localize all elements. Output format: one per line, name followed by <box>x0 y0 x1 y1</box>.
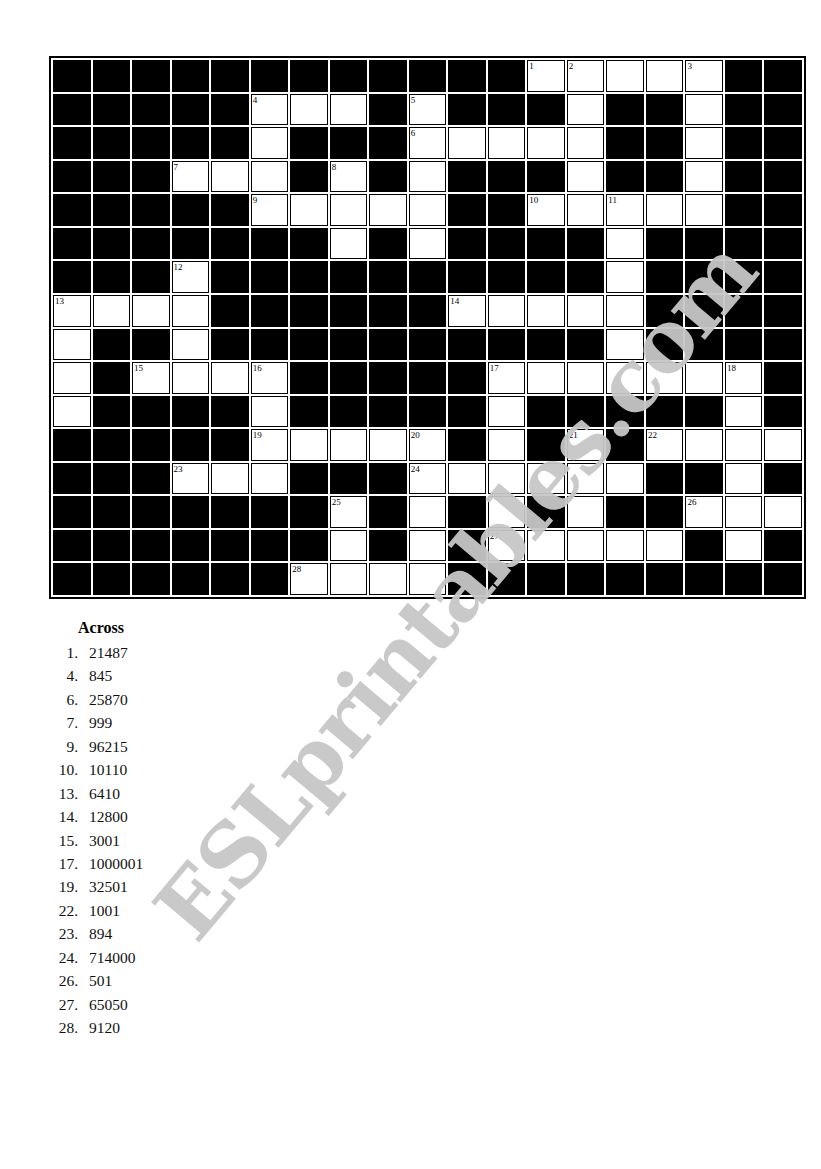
white-cell[interactable] <box>527 295 565 327</box>
clue-answer: 6410 <box>89 785 120 802</box>
white-cell[interactable]: 24 <box>409 463 447 495</box>
white-cell[interactable]: 25 <box>330 496 368 528</box>
black-cell <box>646 563 684 595</box>
clue-number-label: 15 <box>134 363 143 373</box>
black-cell <box>409 261 447 293</box>
black-cell <box>172 228 210 260</box>
white-cell[interactable]: 6 <box>409 127 447 159</box>
white-cell[interactable] <box>330 228 368 260</box>
black-cell <box>369 295 407 327</box>
black-cell <box>764 295 802 327</box>
black-cell <box>606 429 644 461</box>
clue-number: 9. <box>56 735 78 758</box>
black-cell <box>330 261 368 293</box>
black-cell <box>764 362 802 394</box>
black-cell <box>290 396 328 428</box>
black-cell <box>764 463 802 495</box>
white-cell[interactable] <box>172 362 210 394</box>
black-cell <box>251 60 289 92</box>
white-cell[interactable] <box>488 463 526 495</box>
black-cell <box>290 496 328 528</box>
black-cell <box>646 94 684 126</box>
black-cell <box>53 261 91 293</box>
across-clue: 9.96215 <box>56 735 143 758</box>
black-cell <box>606 496 644 528</box>
black-cell <box>725 194 763 226</box>
white-cell[interactable] <box>409 228 447 260</box>
black-cell <box>488 228 526 260</box>
across-clue: 22.1001 <box>56 899 143 922</box>
white-cell[interactable] <box>251 127 289 159</box>
black-cell <box>369 530 407 562</box>
clue-number-label: 23 <box>174 464 183 474</box>
white-cell[interactable] <box>409 530 447 562</box>
black-cell <box>567 228 605 260</box>
white-cell[interactable] <box>725 429 763 461</box>
white-cell[interactable] <box>567 496 605 528</box>
black-cell <box>448 563 486 595</box>
black-cell <box>764 194 802 226</box>
black-cell <box>369 396 407 428</box>
clue-number-label: 2 <box>569 61 574 71</box>
white-cell[interactable] <box>330 194 368 226</box>
black-cell <box>764 161 802 193</box>
white-cell[interactable] <box>646 530 684 562</box>
clue-number-label: 5 <box>411 95 416 105</box>
black-cell <box>448 94 486 126</box>
black-cell <box>369 60 407 92</box>
white-cell[interactable] <box>409 496 447 528</box>
white-cell[interactable] <box>527 530 565 562</box>
clue-number-label: 14 <box>450 296 459 306</box>
black-cell <box>211 295 249 327</box>
black-cell <box>409 362 447 394</box>
clue-number-label: 4 <box>253 95 258 105</box>
black-cell <box>132 94 170 126</box>
white-cell[interactable] <box>527 127 565 159</box>
white-cell[interactable] <box>685 161 723 193</box>
clue-number-label: 20 <box>411 430 420 440</box>
across-clue: 23.894 <box>56 922 143 945</box>
black-cell <box>211 530 249 562</box>
white-cell[interactable]: 3 <box>685 60 723 92</box>
black-cell <box>685 261 723 293</box>
white-cell[interactable]: 19 <box>251 429 289 461</box>
white-cell[interactable] <box>330 94 368 126</box>
black-cell <box>567 329 605 361</box>
white-cell[interactable] <box>290 194 328 226</box>
clue-number-label: 24 <box>411 464 420 474</box>
white-cell[interactable] <box>685 429 723 461</box>
black-cell <box>211 94 249 126</box>
black-cell <box>606 127 644 159</box>
clue-number-label: 21 <box>569 430 578 440</box>
black-cell <box>211 194 249 226</box>
black-cell <box>567 396 605 428</box>
black-cell <box>646 261 684 293</box>
white-cell[interactable] <box>646 60 684 92</box>
clue-number-label: 19 <box>253 430 262 440</box>
white-cell[interactable]: 10 <box>527 194 565 226</box>
black-cell <box>93 429 131 461</box>
black-cell <box>488 161 526 193</box>
clue-answer: 96215 <box>89 738 128 755</box>
black-cell <box>725 228 763 260</box>
white-cell[interactable]: 7 <box>172 161 210 193</box>
black-cell <box>132 60 170 92</box>
white-cell[interactable] <box>488 396 526 428</box>
clue-answer: 999 <box>89 714 112 731</box>
black-cell <box>211 228 249 260</box>
black-cell <box>53 530 91 562</box>
across-heading: Across <box>78 619 143 637</box>
worksheet-page: 1234567891011121314151617181920212223242… <box>0 0 821 1169</box>
clue-answer: 894 <box>89 925 112 942</box>
white-cell[interactable] <box>567 194 605 226</box>
clue-answer: 25870 <box>89 691 128 708</box>
black-cell <box>53 161 91 193</box>
clue-number-label: 7 <box>174 162 179 172</box>
black-cell <box>330 396 368 428</box>
white-cell[interactable] <box>606 261 644 293</box>
clue-number-label: 13 <box>55 296 64 306</box>
black-cell <box>764 563 802 595</box>
black-cell <box>53 563 91 595</box>
white-cell[interactable] <box>567 127 605 159</box>
black-cell <box>172 127 210 159</box>
clue-number-label: 11 <box>608 195 617 205</box>
white-cell[interactable]: 18 <box>725 362 763 394</box>
black-cell <box>53 194 91 226</box>
white-cell[interactable] <box>290 429 328 461</box>
white-cell[interactable]: 2 <box>567 60 605 92</box>
white-cell[interactable]: 14 <box>448 295 486 327</box>
black-cell <box>211 496 249 528</box>
white-cell[interactable] <box>725 396 763 428</box>
white-cell[interactable] <box>685 127 723 159</box>
white-cell[interactable]: 17 <box>488 362 526 394</box>
white-cell[interactable]: 11 <box>606 194 644 226</box>
white-cell[interactable] <box>725 530 763 562</box>
black-cell <box>172 396 210 428</box>
black-cell <box>527 496 565 528</box>
black-cell <box>132 127 170 159</box>
white-cell[interactable]: 22 <box>646 429 684 461</box>
black-cell <box>725 94 763 126</box>
white-cell[interactable] <box>606 463 644 495</box>
clue-number-label: 1 <box>529 61 534 71</box>
black-cell <box>764 329 802 361</box>
white-cell[interactable]: 23 <box>172 463 210 495</box>
white-cell[interactable]: 8 <box>330 161 368 193</box>
white-cell[interactable] <box>685 362 723 394</box>
black-cell <box>93 60 131 92</box>
black-cell <box>369 261 407 293</box>
white-cell[interactable] <box>764 429 802 461</box>
black-cell <box>369 228 407 260</box>
black-cell <box>567 563 605 595</box>
black-cell <box>132 496 170 528</box>
black-cell <box>211 127 249 159</box>
white-cell[interactable]: 28 <box>290 563 328 595</box>
white-cell[interactable]: 15 <box>132 362 170 394</box>
black-cell <box>409 329 447 361</box>
white-cell[interactable] <box>567 161 605 193</box>
white-cell[interactable] <box>685 94 723 126</box>
white-cell[interactable] <box>330 429 368 461</box>
white-cell[interactable] <box>646 194 684 226</box>
clue-number-label: 25 <box>332 497 341 507</box>
white-cell[interactable] <box>53 396 91 428</box>
white-cell[interactable] <box>646 362 684 394</box>
black-cell <box>606 563 644 595</box>
white-cell[interactable] <box>527 362 565 394</box>
black-cell <box>330 463 368 495</box>
black-cell <box>290 60 328 92</box>
clue-number: 23. <box>56 922 78 945</box>
black-cell <box>53 60 91 92</box>
black-cell <box>132 463 170 495</box>
white-cell[interactable]: 1 <box>527 60 565 92</box>
black-cell <box>685 563 723 595</box>
black-cell <box>409 60 447 92</box>
clue-number: 28. <box>56 1016 78 1039</box>
black-cell <box>211 329 249 361</box>
black-cell <box>330 295 368 327</box>
white-cell[interactable]: 20 <box>409 429 447 461</box>
white-cell[interactable] <box>606 530 644 562</box>
black-cell <box>488 563 526 595</box>
black-cell <box>93 362 131 394</box>
black-cell <box>369 161 407 193</box>
white-cell[interactable] <box>409 161 447 193</box>
white-cell[interactable] <box>567 530 605 562</box>
across-clue: 27.65050 <box>56 993 143 1016</box>
across-clue: 14.12800 <box>56 805 143 828</box>
black-cell <box>448 228 486 260</box>
black-cell <box>725 261 763 293</box>
clue-answer: 845 <box>89 667 112 684</box>
black-cell <box>290 362 328 394</box>
black-cell <box>93 228 131 260</box>
white-cell[interactable] <box>211 161 249 193</box>
across-clue: 10.10110 <box>56 758 143 781</box>
white-cell[interactable] <box>567 94 605 126</box>
black-cell <box>725 563 763 595</box>
black-cell <box>132 530 170 562</box>
across-clue: 1.21487 <box>56 641 143 664</box>
across-clue: 19.32501 <box>56 875 143 898</box>
white-cell[interactable] <box>567 463 605 495</box>
clue-number-label: 27 <box>490 531 499 541</box>
white-cell[interactable] <box>369 429 407 461</box>
clue-answer: 65050 <box>89 996 128 1013</box>
white-cell[interactable] <box>251 463 289 495</box>
clue-number: 7. <box>56 711 78 734</box>
white-cell[interactable] <box>764 496 802 528</box>
black-cell <box>409 396 447 428</box>
black-cell <box>606 94 644 126</box>
white-cell[interactable]: 16 <box>251 362 289 394</box>
black-cell <box>646 295 684 327</box>
clue-number-label: 6 <box>411 128 416 138</box>
white-cell[interactable] <box>606 295 644 327</box>
clue-number-label: 16 <box>253 363 262 373</box>
black-cell <box>251 530 289 562</box>
black-cell <box>448 161 486 193</box>
black-cell <box>369 329 407 361</box>
white-cell[interactable] <box>567 295 605 327</box>
black-cell <box>93 127 131 159</box>
black-cell <box>53 463 91 495</box>
white-cell[interactable]: 4 <box>251 94 289 126</box>
black-cell <box>369 463 407 495</box>
across-clue-rows: 1.214874.8456.258707.9999.9621510.101101… <box>56 641 143 1039</box>
black-cell <box>93 463 131 495</box>
black-cell <box>330 60 368 92</box>
black-cell <box>488 329 526 361</box>
black-cell <box>764 396 802 428</box>
clue-number: 22. <box>56 899 78 922</box>
white-cell[interactable] <box>409 563 447 595</box>
white-cell[interactable] <box>53 329 91 361</box>
black-cell <box>764 261 802 293</box>
black-cell <box>725 127 763 159</box>
white-cell[interactable] <box>251 396 289 428</box>
black-cell <box>211 261 249 293</box>
white-cell[interactable] <box>251 161 289 193</box>
crossword-grid: 1234567891011121314151617181920212223242… <box>49 56 806 599</box>
white-cell[interactable] <box>685 194 723 226</box>
black-cell <box>93 530 131 562</box>
black-cell <box>132 329 170 361</box>
clue-answer: 1000001 <box>89 855 143 872</box>
black-cell <box>93 329 131 361</box>
black-cell <box>290 530 328 562</box>
white-cell[interactable] <box>211 362 249 394</box>
white-cell[interactable] <box>330 530 368 562</box>
white-cell[interactable] <box>606 362 644 394</box>
white-cell[interactable] <box>527 463 565 495</box>
clue-number-label: 28 <box>292 564 301 574</box>
white-cell[interactable] <box>488 127 526 159</box>
white-cell[interactable] <box>448 127 486 159</box>
white-cell[interactable]: 5 <box>409 94 447 126</box>
black-cell <box>646 329 684 361</box>
black-cell <box>527 396 565 428</box>
black-cell <box>448 429 486 461</box>
clue-answer: 3001 <box>89 832 120 849</box>
white-cell[interactable] <box>369 194 407 226</box>
clue-number: 19. <box>56 875 78 898</box>
black-cell <box>93 161 131 193</box>
white-cell[interactable] <box>448 463 486 495</box>
white-cell[interactable] <box>488 295 526 327</box>
black-cell <box>290 228 328 260</box>
white-cell[interactable]: 27 <box>488 530 526 562</box>
black-cell <box>448 329 486 361</box>
black-cell <box>369 127 407 159</box>
white-cell[interactable] <box>53 362 91 394</box>
clue-answer: 32501 <box>89 878 128 895</box>
white-cell[interactable] <box>725 463 763 495</box>
across-clue: 13.6410 <box>56 782 143 805</box>
white-cell[interactable] <box>93 295 131 327</box>
white-cell[interactable] <box>172 295 210 327</box>
black-cell <box>488 94 526 126</box>
clue-number: 26. <box>56 969 78 992</box>
white-cell[interactable] <box>606 228 644 260</box>
black-cell <box>527 429 565 461</box>
white-cell[interactable] <box>725 496 763 528</box>
black-cell <box>251 261 289 293</box>
black-cell <box>646 228 684 260</box>
black-cell <box>448 496 486 528</box>
black-cell <box>93 396 131 428</box>
black-cell <box>488 261 526 293</box>
black-cell <box>290 463 328 495</box>
white-cell[interactable] <box>172 329 210 361</box>
black-cell <box>211 563 249 595</box>
clue-number-label: 17 <box>490 363 499 373</box>
white-cell[interactable] <box>488 429 526 461</box>
black-cell <box>685 396 723 428</box>
black-cell <box>53 429 91 461</box>
black-cell <box>251 496 289 528</box>
clue-number-label: 18 <box>727 363 736 373</box>
white-cell[interactable] <box>409 194 447 226</box>
black-cell <box>527 261 565 293</box>
black-cell <box>53 127 91 159</box>
white-cell[interactable] <box>330 563 368 595</box>
white-cell[interactable] <box>606 329 644 361</box>
white-cell[interactable] <box>567 362 605 394</box>
white-cell[interactable]: 26 <box>685 496 723 528</box>
black-cell <box>646 496 684 528</box>
white-cell[interactable] <box>488 496 526 528</box>
across-clue-list: Across 1.214874.8456.258707.9999.9621510… <box>56 619 143 1039</box>
clue-number-label: 22 <box>648 430 657 440</box>
across-clue: 24.714000 <box>56 946 143 969</box>
white-cell[interactable]: 21 <box>567 429 605 461</box>
white-cell[interactable] <box>290 94 328 126</box>
clue-number: 24. <box>56 946 78 969</box>
white-cell[interactable] <box>132 295 170 327</box>
white-cell[interactable] <box>211 463 249 495</box>
black-cell <box>290 161 328 193</box>
white-cell[interactable]: 9 <box>251 194 289 226</box>
black-cell <box>369 362 407 394</box>
white-cell[interactable] <box>369 563 407 595</box>
black-cell <box>685 463 723 495</box>
black-cell <box>646 396 684 428</box>
black-cell <box>725 60 763 92</box>
clue-number: 13. <box>56 782 78 805</box>
black-cell <box>448 261 486 293</box>
black-cell <box>764 94 802 126</box>
clue-number: 10. <box>56 758 78 781</box>
black-cell <box>646 161 684 193</box>
white-cell[interactable]: 12 <box>172 261 210 293</box>
black-cell <box>606 161 644 193</box>
black-cell <box>211 396 249 428</box>
white-cell[interactable] <box>606 60 644 92</box>
black-cell <box>764 530 802 562</box>
black-cell <box>172 94 210 126</box>
black-cell <box>764 60 802 92</box>
white-cell[interactable]: 13 <box>53 295 91 327</box>
black-cell <box>369 496 407 528</box>
